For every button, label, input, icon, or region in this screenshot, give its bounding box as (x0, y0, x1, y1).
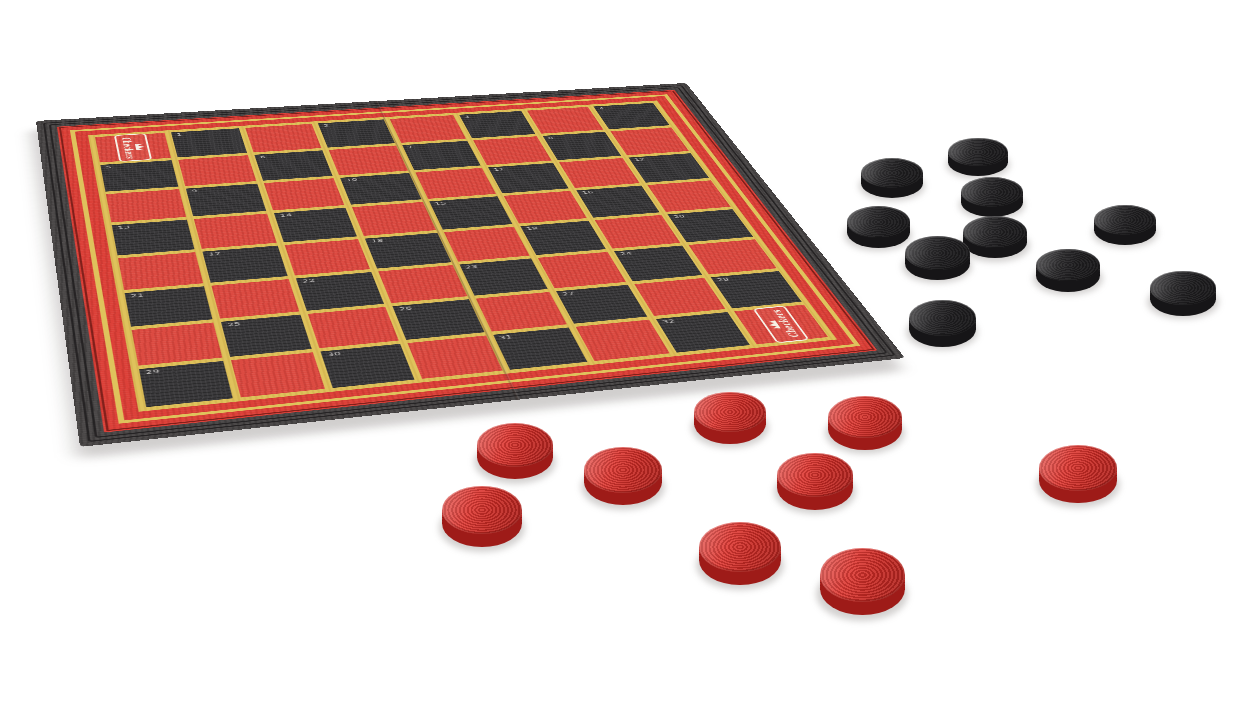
square-number: 11 (493, 168, 506, 172)
square-r6c3[interactable]: 22 (296, 272, 384, 311)
square-number: 30 (327, 352, 342, 358)
square-number: 31 (499, 335, 514, 340)
square-r2c7[interactable]: 8 (542, 132, 620, 160)
square-r8c3[interactable]: 30 (321, 344, 415, 388)
piece-top-face (584, 447, 662, 493)
square-number: 32 (662, 319, 677, 324)
logo-box: Checkers (752, 306, 809, 344)
piece-top-face (909, 300, 976, 336)
square-number: 23 (465, 265, 479, 270)
square-number: 29 (145, 369, 160, 375)
square-r6c6[interactable] (537, 252, 625, 289)
piece-top-face (1094, 205, 1156, 236)
piece-top-face (694, 392, 766, 433)
square-number: 5 (106, 166, 113, 170)
square-r3c8[interactable]: 12 (628, 153, 709, 182)
square-r2c5[interactable]: 7 (402, 141, 480, 170)
square-r1c7[interactable] (527, 107, 603, 134)
square-number: 16 (582, 191, 595, 195)
piece-top-face (1036, 249, 1100, 282)
black-checker-piece[interactable] (963, 216, 1027, 258)
piece-top-face (477, 423, 553, 467)
red-checker-piece[interactable] (584, 447, 662, 505)
piece-top-face (777, 453, 853, 498)
square-r8c2[interactable] (231, 352, 325, 397)
piece-top-face (861, 158, 923, 188)
square-r8c6[interactable] (575, 320, 669, 361)
black-checker-piece[interactable] (961, 177, 1023, 217)
square-number: 22 (302, 278, 316, 283)
square-r3c1[interactable] (106, 189, 186, 222)
red-checker-piece[interactable] (699, 522, 781, 586)
square-r4c8[interactable] (647, 180, 730, 211)
square-r6c7[interactable]: 24 (614, 245, 702, 281)
square-r7c7[interactable] (634, 278, 725, 316)
red-checker-piece[interactable] (1039, 445, 1117, 503)
piece-top-face (828, 396, 902, 438)
square-r1c6[interactable]: 3 (459, 111, 535, 138)
square-r5c7[interactable] (595, 215, 681, 249)
square-number: 25 (227, 322, 242, 327)
black-checker-piece[interactable] (861, 158, 923, 198)
red-checker-piece[interactable] (828, 396, 902, 450)
crown-icon (134, 143, 146, 150)
square-r5c5[interactable] (443, 227, 529, 262)
square-r1c3[interactable] (246, 124, 322, 153)
square-number: 15 (434, 202, 447, 206)
square-r2c8[interactable] (611, 127, 689, 155)
square-r3c2[interactable]: 9 (186, 184, 267, 217)
square-r1c8[interactable]: 4 (593, 103, 669, 129)
square-r7c6[interactable]: 27 (556, 285, 647, 324)
square-r8c7[interactable]: 32 (656, 312, 750, 353)
piece-top-face (847, 206, 910, 237)
square-r2c3[interactable]: 6 (255, 150, 333, 180)
black-checker-piece[interactable] (905, 236, 970, 280)
square-number: 28 (716, 277, 730, 282)
square-r2c6[interactable] (473, 136, 551, 165)
square-r7c2[interactable]: 25 (221, 314, 312, 356)
square-r5c4[interactable]: 18 (365, 233, 451, 269)
black-checker-piece[interactable] (1036, 249, 1100, 292)
square-r4c4[interactable] (352, 202, 435, 236)
square-r6c5[interactable]: 23 (459, 258, 547, 295)
square-r2c1[interactable]: 5 (100, 160, 178, 191)
square-number: 14 (280, 213, 293, 217)
square-number: 13 (117, 226, 130, 231)
black-checker-piece[interactable] (909, 300, 976, 347)
square-r7c5[interactable] (475, 292, 566, 332)
square-number: 2 (323, 124, 330, 127)
square-r4c7[interactable]: 16 (576, 186, 659, 218)
red-checker-piece[interactable] (820, 548, 905, 615)
piece-top-face (699, 522, 781, 573)
piece-top-face (905, 236, 970, 269)
square-r5c2[interactable]: 17 (203, 245, 288, 282)
square-r6c1[interactable]: 21 (125, 286, 213, 326)
piece-top-face (442, 486, 522, 534)
square-number: 24 (619, 251, 633, 256)
logo-box: Checkers (114, 133, 152, 162)
square-number: 3 (464, 115, 471, 118)
square-number: 17 (208, 252, 222, 257)
square-r4c2[interactable] (194, 214, 277, 249)
scene: 1234567891011121314151617181920212223242… (0, 0, 1253, 705)
square-r3c4[interactable]: 10 (340, 173, 421, 205)
square-r5c3[interactable] (285, 239, 371, 275)
black-checker-piece[interactable] (1150, 271, 1216, 316)
square-r6c4[interactable] (379, 265, 467, 303)
black-checker-piece[interactable] (948, 138, 1008, 176)
square-number: 6 (260, 156, 267, 159)
square-r7c1[interactable] (132, 322, 223, 365)
black-checker-piece[interactable] (847, 206, 910, 248)
square-r6c2[interactable] (211, 279, 299, 319)
piece-top-face (948, 138, 1008, 166)
square-r4c6[interactable] (503, 191, 586, 223)
square-number: 1 (176, 133, 183, 136)
square-number: 4 (598, 107, 605, 110)
square-number: 18 (371, 239, 385, 244)
square-r4c3[interactable]: 14 (274, 208, 357, 242)
square-r4c5[interactable]: 15 (429, 196, 512, 229)
square-r3c7[interactable] (559, 158, 640, 188)
square-r1c2[interactable]: 1 (171, 128, 247, 157)
square-r5c8[interactable]: 20 (667, 209, 753, 242)
piece-top-face (963, 216, 1027, 248)
black-checker-piece[interactable] (1094, 205, 1156, 246)
square-r1c4[interactable]: 2 (318, 119, 394, 147)
piece-top-face (820, 548, 905, 601)
square-r7c4[interactable]: 26 (393, 299, 484, 340)
square-number: 10 (346, 178, 359, 182)
square-r3c6[interactable]: 11 (488, 163, 569, 194)
piece-top-face (1039, 445, 1117, 491)
square-r8c4[interactable] (408, 335, 502, 378)
piece-top-face (961, 177, 1023, 207)
square-r8c5[interactable]: 31 (493, 327, 587, 369)
square-number: 21 (130, 293, 144, 298)
square-r6c8[interactable] (688, 239, 776, 274)
square-r3c5[interactable] (415, 168, 496, 199)
square-r8c1[interactable]: 29 (139, 361, 233, 407)
square-r2c2[interactable] (178, 155, 256, 186)
square-number: 7 (407, 146, 414, 149)
square-number: 26 (399, 306, 413, 311)
square-r1c5[interactable] (389, 115, 465, 143)
red-checker-piece[interactable] (442, 486, 522, 547)
square-r5c1[interactable] (118, 252, 203, 290)
square-r2c4[interactable] (329, 146, 407, 176)
square-r4c1[interactable]: 13 (112, 220, 195, 256)
square-number: 8 (548, 137, 555, 140)
checkers-logo-top-left: Checkers (95, 133, 171, 163)
square-r7c8[interactable]: 28 (711, 271, 802, 308)
square-r3c3[interactable] (264, 178, 345, 210)
square-r5c6[interactable]: 19 (520, 221, 606, 255)
red-checker-piece[interactable] (477, 423, 553, 479)
red-checker-piece[interactable] (777, 453, 853, 510)
square-r7c3[interactable] (308, 307, 399, 348)
red-checker-piece[interactable] (694, 392, 766, 444)
square-number: 27 (562, 291, 576, 296)
square-number: 12 (634, 158, 647, 162)
square-number: 19 (525, 226, 538, 230)
piece-top-face (1150, 271, 1216, 306)
square-number: 20 (673, 214, 686, 218)
logo-text: Checkers (120, 137, 136, 159)
square-number: 9 (191, 189, 198, 193)
